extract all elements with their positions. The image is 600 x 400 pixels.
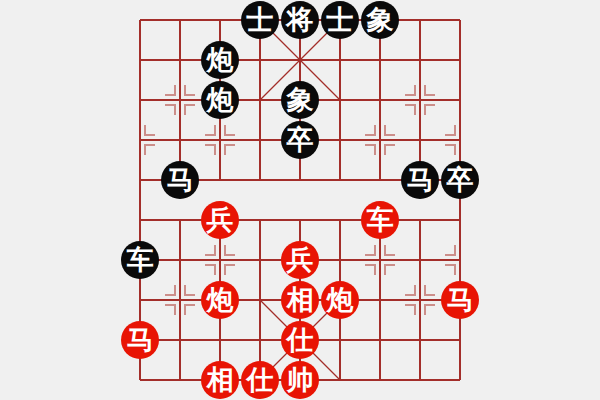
piece-red-advisor[interactable]: 仕	[281, 321, 319, 359]
piece-red-advisor[interactable]: 仕	[241, 361, 279, 399]
piece-red-cannon[interactable]: 炮	[201, 281, 239, 319]
piece-red-elephant[interactable]: 相	[281, 281, 319, 319]
piece-red-horse[interactable]: 马	[441, 281, 479, 319]
piece-red-horse[interactable]: 马	[121, 321, 159, 359]
piece-black-pawn[interactable]: 卒	[441, 161, 479, 199]
piece-black-horse[interactable]: 马	[401, 161, 439, 199]
piece-red-pawn[interactable]: 兵	[281, 241, 319, 279]
piece-black-advisor[interactable]: 士	[241, 1, 279, 39]
piece-black-advisor[interactable]: 士	[321, 1, 359, 39]
piece-red-cannon[interactable]: 炮	[321, 281, 359, 319]
piece-red-general[interactable]: 帅	[281, 361, 319, 399]
piece-black-elephant[interactable]: 象	[361, 1, 399, 39]
piece-red-pawn[interactable]: 兵	[201, 201, 239, 239]
piece-black-cannon[interactable]: 炮	[201, 41, 239, 79]
piece-red-chariot[interactable]: 车	[361, 201, 399, 239]
piece-red-elephant[interactable]: 相	[201, 361, 239, 399]
piece-black-pawn[interactable]: 卒	[281, 121, 319, 159]
piece-layer: 士将士象炮炮象卒马马卒车兵车兵炮相炮马马仕相仕帅	[120, 0, 480, 400]
piece-black-chariot[interactable]: 车	[121, 241, 159, 279]
piece-black-horse[interactable]: 马	[161, 161, 199, 199]
xiangqi-board[interactable]: 士将士象炮炮象卒马马卒车兵车兵炮相炮马马仕相仕帅	[0, 0, 600, 400]
piece-black-cannon[interactable]: 炮	[201, 81, 239, 119]
app-background: 士将士象炮炮象卒马马卒车兵车兵炮相炮马马仕相仕帅	[0, 0, 600, 400]
piece-black-general[interactable]: 将	[281, 1, 319, 39]
piece-black-elephant[interactable]: 象	[281, 81, 319, 119]
